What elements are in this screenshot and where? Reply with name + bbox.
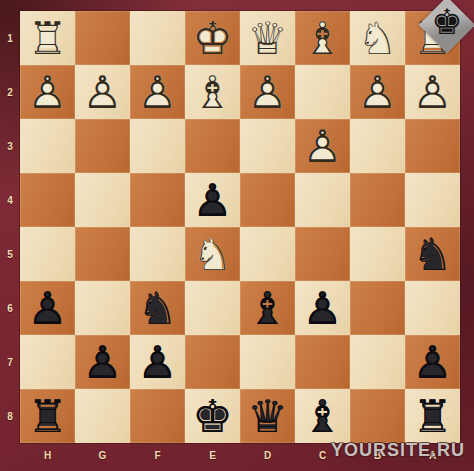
square-b8[interactable] [350,389,405,443]
white-pawn-icon: ♙ [405,65,460,119]
file-label-f: F [154,450,160,461]
white-rook-icon: ♖ [20,11,75,65]
square-e2[interactable]: ♝♗ [185,65,240,119]
piece-black-rook[interactable]: ♜♖ [405,389,460,443]
chess-diagram: ♜♖♚♔♛♕♝♗♞♘♜♖♟♙♟♙♟♙♝♗♟♙♟♙♟♙♟♙♟♙♞♘♞♘♟♙♞♘♝♗… [0,0,474,471]
square-c2[interactable] [295,65,350,119]
piece-white-pawn[interactable]: ♟♙ [405,65,460,119]
piece-black-knight[interactable]: ♞♘ [405,227,460,281]
white-knight-icon: ♘ [350,11,405,65]
square-a5[interactable]: ♞♘ [405,227,460,281]
black-rook-icon: ♖ [20,389,75,443]
piece-black-bishop[interactable]: ♝♗ [295,389,350,443]
square-d3[interactable] [240,119,295,173]
rank-label-3: 3 [1,141,19,152]
piece-white-bishop[interactable]: ♝♗ [185,65,240,119]
black-pawn-icon: ♙ [130,335,185,389]
square-g8[interactable] [75,389,130,443]
rank-label-7: 7 [1,357,19,368]
black-king-icon: ♚ [427,2,467,42]
piece-white-knight[interactable]: ♞♘ [185,227,240,281]
piece-black-pawn[interactable]: ♟♙ [185,173,240,227]
square-e7[interactable] [185,335,240,389]
file-label-h: H [44,450,51,461]
black-queen-icon: ♕ [240,389,295,443]
piece-black-bishop[interactable]: ♝♗ [240,281,295,335]
square-b2[interactable]: ♟♙ [350,65,405,119]
piece-white-queen[interactable]: ♛♕ [240,11,295,65]
rank-label-5: 5 [1,249,19,260]
square-d1[interactable]: ♛♕ [240,11,295,65]
white-queen-icon: ♕ [240,11,295,65]
square-d7[interactable] [240,335,295,389]
black-pawn-icon: ♙ [295,281,350,335]
piece-white-pawn[interactable]: ♟♙ [20,65,75,119]
square-c8[interactable]: ♝♗ [295,389,350,443]
square-f8[interactable] [130,389,185,443]
square-f6[interactable]: ♞♘ [130,281,185,335]
turn-indicator: ♚ [427,5,467,45]
piece-black-pawn[interactable]: ♟♙ [405,335,460,389]
white-pawn-icon: ♙ [130,65,185,119]
black-knight-icon: ♘ [130,281,185,335]
square-c5[interactable] [295,227,350,281]
square-h4[interactable] [20,173,75,227]
square-h6[interactable]: ♟♙ [20,281,75,335]
square-e4[interactable]: ♟♙ [185,173,240,227]
black-pawn-icon: ♙ [185,173,240,227]
file-label-d: D [264,450,271,461]
black-pawn-icon: ♙ [20,281,75,335]
piece-white-bishop[interactable]: ♝♗ [295,11,350,65]
rank-label-1: 1 [1,33,19,44]
square-c6[interactable]: ♟♙ [295,281,350,335]
black-knight-icon: ♘ [405,227,460,281]
square-g3[interactable] [75,119,130,173]
square-b6[interactable] [350,281,405,335]
file-label-g: G [99,450,107,461]
square-c4[interactable] [295,173,350,227]
board: ♜♖♚♔♛♕♝♗♞♘♜♖♟♙♟♙♟♙♝♗♟♙♟♙♟♙♟♙♟♙♞♘♞♘♟♙♞♘♝♗… [20,11,460,443]
piece-black-king[interactable]: ♚♔ [185,389,240,443]
black-bishop-icon: ♗ [295,389,350,443]
white-bishop-icon: ♗ [295,11,350,65]
piece-white-knight[interactable]: ♞♘ [350,11,405,65]
white-pawn-icon: ♙ [240,65,295,119]
piece-white-pawn[interactable]: ♟♙ [130,65,185,119]
piece-black-rook[interactable]: ♜♖ [20,389,75,443]
square-g5[interactable] [75,227,130,281]
square-a6[interactable] [405,281,460,335]
piece-black-knight[interactable]: ♞♘ [130,281,185,335]
square-g4[interactable] [75,173,130,227]
white-king-icon: ♔ [185,11,240,65]
piece-white-rook[interactable]: ♜♖ [20,11,75,65]
square-f5[interactable] [130,227,185,281]
square-a7[interactable]: ♟♙ [405,335,460,389]
square-c3[interactable]: ♟♙ [295,119,350,173]
square-e3[interactable] [185,119,240,173]
black-pawn-icon: ♙ [75,335,130,389]
piece-white-pawn[interactable]: ♟♙ [350,65,405,119]
square-d4[interactable] [240,173,295,227]
square-h3[interactable] [20,119,75,173]
square-h8[interactable]: ♜♖ [20,389,75,443]
piece-white-pawn[interactable]: ♟♙ [240,65,295,119]
square-c7[interactable] [295,335,350,389]
black-bishop-icon: ♗ [240,281,295,335]
rank-label-2: 2 [1,87,19,98]
watermark: YOURSITE.RU [331,440,465,461]
rank-label-6: 6 [1,303,19,314]
white-bishop-icon: ♗ [185,65,240,119]
square-b7[interactable] [350,335,405,389]
black-king-icon: ♔ [185,389,240,443]
square-b1[interactable]: ♞♘ [350,11,405,65]
square-a3[interactable] [405,119,460,173]
square-d8[interactable]: ♛♕ [240,389,295,443]
white-pawn-icon: ♙ [295,119,350,173]
square-h2[interactable]: ♟♙ [20,65,75,119]
piece-white-king[interactable]: ♚♔ [185,11,240,65]
piece-black-pawn[interactable]: ♟♙ [20,281,75,335]
piece-black-queen[interactable]: ♛♕ [240,389,295,443]
square-a4[interactable] [405,173,460,227]
square-c1[interactable]: ♝♗ [295,11,350,65]
square-e1[interactable]: ♚♔ [185,11,240,65]
piece-white-pawn[interactable]: ♟♙ [75,65,130,119]
square-e8[interactable]: ♚♔ [185,389,240,443]
piece-white-pawn[interactable]: ♟♙ [295,119,350,173]
square-b5[interactable] [350,227,405,281]
white-pawn-icon: ♙ [75,65,130,119]
square-a8[interactable]: ♜♖ [405,389,460,443]
rank-label-8: 8 [1,411,19,422]
square-g1[interactable] [75,11,130,65]
square-b3[interactable] [350,119,405,173]
file-label-e: E [209,450,216,461]
square-f2[interactable]: ♟♙ [130,65,185,119]
white-pawn-icon: ♙ [20,65,75,119]
file-label-c: C [319,450,326,461]
square-f4[interactable] [130,173,185,227]
white-knight-icon: ♘ [185,227,240,281]
square-g6[interactable] [75,281,130,335]
square-g7[interactable]: ♟♙ [75,335,130,389]
black-pawn-icon: ♙ [405,335,460,389]
square-g2[interactable]: ♟♙ [75,65,130,119]
square-d6[interactable]: ♝♗ [240,281,295,335]
square-e5[interactable]: ♞♘ [185,227,240,281]
square-h5[interactable] [20,227,75,281]
square-a2[interactable]: ♟♙ [405,65,460,119]
square-e6[interactable] [185,281,240,335]
piece-black-pawn[interactable]: ♟♙ [75,335,130,389]
piece-black-pawn[interactable]: ♟♙ [295,281,350,335]
square-h7[interactable] [20,335,75,389]
square-f3[interactable] [130,119,185,173]
black-rook-icon: ♖ [405,389,460,443]
square-d5[interactable] [240,227,295,281]
square-h1[interactable]: ♜♖ [20,11,75,65]
rank-label-4: 4 [1,195,19,206]
square-f7[interactable]: ♟♙ [130,335,185,389]
square-f1[interactable] [130,11,185,65]
square-b4[interactable] [350,173,405,227]
piece-black-pawn[interactable]: ♟♙ [130,335,185,389]
square-d2[interactable]: ♟♙ [240,65,295,119]
white-pawn-icon: ♙ [350,65,405,119]
